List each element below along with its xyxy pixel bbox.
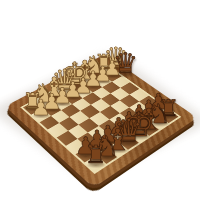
- chess-set-product-photo: ♜♞♝♛♚♝♞♜♟♟♟♟♟♟♟♟♟♟♟♟♟♟♟♟♜♞♝♛♚♝♞♜♛♛: [0, 0, 200, 200]
- board-perspective-wrapper: [0, 0, 200, 200]
- board-grid: [20, 62, 181, 174]
- chess-board: [5, 54, 197, 188]
